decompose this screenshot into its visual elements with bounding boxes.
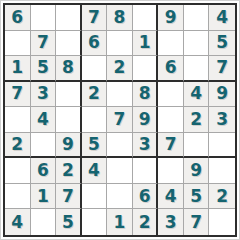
cell-r7c8[interactable]: 9: [184, 158, 210, 184]
cell-r4c9[interactable]: 9: [209, 82, 235, 108]
cell-r7c9[interactable]: [209, 158, 235, 184]
cell-r3c3[interactable]: 8: [56, 56, 82, 82]
cell-r2c5[interactable]: [107, 31, 133, 57]
cell-r3c8[interactable]: [184, 56, 210, 82]
cell-r4c3[interactable]: [56, 82, 82, 108]
cell-r6c3[interactable]: 9: [56, 133, 82, 159]
cell-r3c7[interactable]: 6: [158, 56, 184, 82]
sudoku-widget: 6789476151582677328494792329537624917645…: [0, 0, 240, 240]
cell-r7c1[interactable]: [5, 158, 31, 184]
cell-r8c9[interactable]: 2: [209, 184, 235, 210]
cell-r5c3[interactable]: [56, 107, 82, 133]
cell-r8c3[interactable]: 7: [56, 184, 82, 210]
cell-r3c4[interactable]: [82, 56, 108, 82]
cell-r9c5[interactable]: 1: [107, 209, 133, 235]
cell-r5c6[interactable]: 9: [133, 107, 159, 133]
cell-r1c1[interactable]: 6: [5, 5, 31, 31]
cell-r2c8[interactable]: [184, 31, 210, 57]
cell-r3c5[interactable]: 2: [107, 56, 133, 82]
cell-r4c8[interactable]: 4: [184, 82, 210, 108]
cell-r4c7[interactable]: [158, 82, 184, 108]
cell-r4c5[interactable]: [107, 82, 133, 108]
cell-r2c2[interactable]: 7: [31, 31, 57, 57]
cell-r3c6[interactable]: [133, 56, 159, 82]
cell-r8c4[interactable]: [82, 184, 108, 210]
cell-r7c5[interactable]: [107, 158, 133, 184]
cell-r5c2[interactable]: 4: [31, 107, 57, 133]
cell-r6c9[interactable]: [209, 133, 235, 159]
cell-r2c6[interactable]: 1: [133, 31, 159, 57]
cell-r5c9[interactable]: 3: [209, 107, 235, 133]
cell-r5c8[interactable]: 2: [184, 107, 210, 133]
cell-r5c1[interactable]: [5, 107, 31, 133]
cell-r6c6[interactable]: 3: [133, 133, 159, 159]
cell-r3c2[interactable]: 5: [31, 56, 57, 82]
cell-r1c3[interactable]: [56, 5, 82, 31]
cell-r2c1[interactable]: [5, 31, 31, 57]
cell-r9c6[interactable]: 2: [133, 209, 159, 235]
cell-r5c5[interactable]: 7: [107, 107, 133, 133]
cell-r8c5[interactable]: [107, 184, 133, 210]
cell-r1c2[interactable]: [31, 5, 57, 31]
cell-r3c9[interactable]: 7: [209, 56, 235, 82]
cell-r9c2[interactable]: [31, 209, 57, 235]
cell-r8c8[interactable]: 5: [184, 184, 210, 210]
cell-r7c2[interactable]: 6: [31, 158, 57, 184]
cell-r8c2[interactable]: 1: [31, 184, 57, 210]
cell-r8c6[interactable]: 6: [133, 184, 159, 210]
cell-r4c1[interactable]: 7: [5, 82, 31, 108]
cell-r1c6[interactable]: [133, 5, 159, 31]
cell-r6c4[interactable]: 5: [82, 133, 108, 159]
cell-r7c4[interactable]: 4: [82, 158, 108, 184]
cell-r3c1[interactable]: 1: [5, 56, 31, 82]
cell-r7c7[interactable]: [158, 158, 184, 184]
cell-r8c1[interactable]: [5, 184, 31, 210]
cell-r2c4[interactable]: 6: [82, 31, 108, 57]
cell-r6c7[interactable]: 7: [158, 133, 184, 159]
cell-r6c1[interactable]: 2: [5, 133, 31, 159]
cell-r2c3[interactable]: [56, 31, 82, 57]
cell-r1c8[interactable]: [184, 5, 210, 31]
cell-r1c9[interactable]: 4: [209, 5, 235, 31]
cell-r9c4[interactable]: [82, 209, 108, 235]
cell-r5c4[interactable]: [82, 107, 108, 133]
cell-r9c1[interactable]: 4: [5, 209, 31, 235]
cell-r4c6[interactable]: 8: [133, 82, 159, 108]
sudoku-board: 6789476151582677328494792329537624917645…: [3, 3, 237, 237]
cell-r6c5[interactable]: [107, 133, 133, 159]
cell-r2c9[interactable]: 5: [209, 31, 235, 57]
cell-r9c3[interactable]: 5: [56, 209, 82, 235]
cell-r5c7[interactable]: [158, 107, 184, 133]
cell-r9c8[interactable]: 7: [184, 209, 210, 235]
cell-r7c6[interactable]: [133, 158, 159, 184]
cell-r6c2[interactable]: [31, 133, 57, 159]
cell-r4c4[interactable]: 2: [82, 82, 108, 108]
cell-r2c7[interactable]: [158, 31, 184, 57]
cell-r6c8[interactable]: [184, 133, 210, 159]
cell-r9c9[interactable]: [209, 209, 235, 235]
cell-r4c2[interactable]: 3: [31, 82, 57, 108]
cell-r9c7[interactable]: 3: [158, 209, 184, 235]
cell-r1c5[interactable]: 8: [107, 5, 133, 31]
cell-r1c4[interactable]: 7: [82, 5, 108, 31]
cell-r7c3[interactable]: 2: [56, 158, 82, 184]
cell-r8c7[interactable]: 4: [158, 184, 184, 210]
cell-r1c7[interactable]: 9: [158, 5, 184, 31]
